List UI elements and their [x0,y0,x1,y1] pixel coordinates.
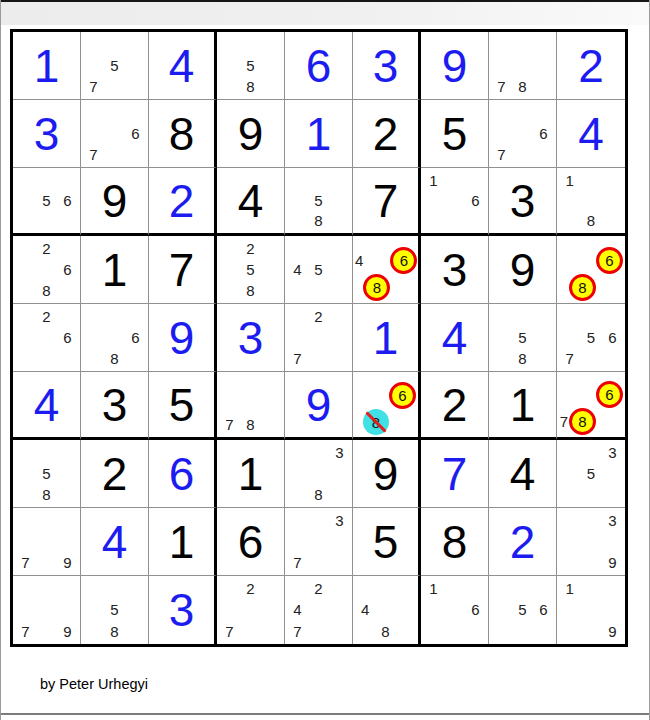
cell-r3c5[interactable]: 58 [285,168,353,236]
cell-r6c4[interactable]: 78 [217,372,285,440]
candidate-digit[interactable]: 2 [36,238,57,259]
candidate-grid: 58 [491,306,554,369]
candidate-digit[interactable]: 8 [104,348,125,369]
cell-r9c5[interactable]: 247 [285,576,353,644]
solved-digit: 3 [13,100,80,167]
cell-r7c6[interactable]: 9 [353,440,421,508]
candidate-digit[interactable]: 6 [57,327,78,348]
given-digit: 3 [489,168,556,233]
candidate-digit[interactable]: 8 [240,76,261,97]
cell-r5c6[interactable]: 1 [353,304,421,372]
solved-digit: 4 [557,100,625,167]
candidate-digit[interactable]: 7 [287,348,308,369]
candidate-digit[interactable]: 7 [559,348,580,369]
cell-r3c8[interactable]: 3 [489,168,557,236]
candidate-digit[interactable]: 3 [329,442,350,463]
candidate-digit[interactable]: 3 [329,510,350,531]
cell-r9c8[interactable]: 56 [489,576,557,644]
given-digit: 9 [489,236,556,303]
cell-r4c9[interactable]: 68 [557,236,625,304]
solved-digit: 6 [285,32,352,99]
cell-r4c2[interactable]: 1 [81,236,149,304]
sudoku-board: 1574586397823678912567456924587163182681… [10,29,628,647]
candidate-digit[interactable]: 3 [602,442,623,463]
candidate-digit[interactable]: 2 [36,306,57,327]
cell-r9c3[interactable]: 3 [149,576,217,644]
solved-digit: 1 [13,32,80,99]
given-digit: 1 [489,372,556,437]
given-digit: 9 [353,440,418,507]
cell-r6c1[interactable]: 4 [13,372,81,440]
cell-r8c8[interactable]: 2 [489,508,557,576]
candidate-grid: 68 [83,306,146,369]
candidate-grid: 567 [559,306,623,369]
candidate-digit[interactable]: 5 [104,599,125,620]
candidate-digit[interactable]: 4 [355,247,363,274]
candidate-digit[interactable]: 9 [602,621,623,642]
candidate-digit[interactable]: 1 [423,170,444,190]
cell-r3c6[interactable]: 7 [353,168,421,236]
given-digit: 2 [81,440,148,507]
candidate-grid: 678 [559,374,623,435]
candidate-digit[interactable]: 6 [465,190,486,210]
cell-r1c9[interactable]: 2 [557,32,625,100]
cell-r2c9[interactable]: 4 [557,100,625,168]
candidate-highlighted[interactable]: 6 [390,247,417,274]
candidate-digit[interactable]: 8 [36,280,57,301]
candidate-digit[interactable]: 1 [559,170,580,190]
cell-r6c3[interactable]: 5 [149,372,217,440]
given-digit: 9 [81,168,148,233]
candidate-grid: 58 [287,170,350,231]
candidate-highlighted[interactable]: 6 [596,381,623,408]
cell-r3c3[interactable]: 2 [149,168,217,236]
candidate-grid: 58 [219,34,282,97]
cell-r2c1[interactable]: 3 [13,100,81,168]
candidate-grid: 16 [423,578,486,642]
cell-r7c1[interactable]: 58 [13,440,81,508]
candidate-grid: 56 [15,170,78,231]
candidate-digit[interactable]: 8 [240,415,261,435]
candidate-highlighted[interactable]: 6 [389,382,416,409]
cell-r1c8[interactable]: 78 [489,32,557,100]
given-digit: 5 [353,508,418,575]
cell-r3c1[interactable]: 56 [13,168,81,236]
cell-r7c9[interactable]: 35 [557,440,625,508]
candidate-grid: 27 [287,306,350,369]
candidate-grid: 78 [491,34,554,97]
candidate-grid: 468 [355,238,416,301]
candidate-grid: 68 [559,238,623,301]
given-digit: 4 [217,168,284,233]
candidate-digit[interactable]: 5 [512,599,533,620]
cell-r2c2[interactable]: 67 [81,100,149,168]
candidate-grid: 45 [287,238,350,301]
cell-r4c7[interactable]: 3 [421,236,489,304]
candidate-highlighted[interactable]: 6 [596,247,623,274]
cell-r5c4[interactable]: 3 [217,304,285,372]
cell-r7c3[interactable]: 6 [149,440,217,508]
cell-r7c5[interactable]: 38 [285,440,353,508]
candidate-digit[interactable]: 6 [533,599,554,620]
cell-r8c6[interactable]: 5 [353,508,421,576]
candidate-digit[interactable]: 7 [287,621,308,642]
candidate-digit[interactable]: 7 [219,415,240,435]
candidate-grid: 268 [15,238,78,301]
candidate-grid: 48 [355,578,416,642]
cell-r5c7[interactable]: 4 [421,304,489,372]
cell-r8c9[interactable]: 39 [557,508,625,576]
cell-r8c4[interactable]: 6 [217,508,285,576]
candidate-highlighted[interactable]: 8 [569,408,596,435]
candidate-grid: 79 [15,578,78,642]
candidate-digit[interactable]: 8 [104,621,125,642]
candidate-grid: 67 [83,102,146,165]
solved-digit: 3 [149,576,214,644]
cell-r8c1[interactable]: 79 [13,508,81,576]
candidate-digit[interactable]: 7 [491,144,512,165]
candidate-grid: 67 [491,102,554,165]
cell-r5c1[interactable]: 26 [13,304,81,372]
solved-digit: 2 [489,508,556,575]
cell-r8c3[interactable]: 1 [149,508,217,576]
candidate-digit[interactable]: 4 [287,259,308,280]
cell-r4c5[interactable]: 45 [285,236,353,304]
cell-r8c5[interactable]: 37 [285,508,353,576]
candidate-digit[interactable]: 8 [308,211,329,231]
cell-r9c7[interactable]: 16 [421,576,489,644]
cell-r7c7[interactable]: 7 [421,440,489,508]
solved-digit: 4 [421,304,488,371]
given-digit: 7 [353,168,418,233]
cell-r4c3[interactable]: 7 [149,236,217,304]
candidate-digit[interactable]: 2 [308,306,329,327]
candidate-digit[interactable]: 6 [465,599,486,620]
cell-r7c4[interactable]: 1 [217,440,285,508]
candidate-digit[interactable]: 7 [15,552,36,573]
candidate-digit[interactable]: 5 [104,55,125,76]
candidate-digit[interactable]: 7 [219,621,240,642]
solved-digit: 2 [149,168,214,233]
given-digit: 1 [217,440,284,507]
cell-r5c5[interactable]: 27 [285,304,353,372]
candidate-highlighted[interactable]: 8 [363,274,390,301]
cell-r3c4[interactable]: 4 [217,168,285,236]
candidate-digit[interactable]: 4 [355,599,375,620]
candidate-grid: 27 [219,578,282,642]
candidate-digit[interactable]: 6 [533,123,554,144]
cell-r6c8[interactable]: 1 [489,372,557,440]
candidate-digit[interactable]: 5 [36,463,57,484]
given-digit: 1 [149,508,214,575]
cell-r1c3[interactable]: 4 [149,32,217,100]
solved-digit: 4 [13,372,80,437]
cell-r9c6[interactable]: 48 [353,576,421,644]
solved-digit: 1 [353,304,418,371]
given-digit: 5 [421,100,488,167]
solved-digit: 7 [421,440,488,507]
candidate-digit[interactable]: 8 [240,280,261,301]
solved-digit: 2 [557,32,625,99]
solved-digit: 6 [149,440,214,507]
cell-r6c6[interactable]: 68 [353,372,421,440]
given-digit: 4 [489,440,556,507]
cell-r1c6[interactable]: 3 [353,32,421,100]
candidate-digit[interactable]: 1 [423,578,444,599]
cell-r3c7[interactable]: 16 [421,168,489,236]
candidate-grid: 56 [491,578,554,642]
candidate-digit[interactable]: 5 [512,327,533,348]
candidate-grid: 37 [287,510,350,573]
given-digit: 5 [149,372,214,437]
candidate-grid: 19 [559,578,623,642]
cell-r6c5[interactable]: 9 [285,372,353,440]
cell-r6c2[interactable]: 3 [81,372,149,440]
candidate-digit[interactable]: 5 [240,55,261,76]
cell-r9c9[interactable]: 19 [557,576,625,644]
candidate-digit[interactable]: 5 [580,327,601,348]
candidate-digit[interactable]: 5 [240,259,261,280]
candidate-digit[interactable]: 5 [308,259,329,280]
candidate-digit[interactable]: 5 [580,463,601,484]
cell-r1c1[interactable]: 1 [13,32,81,100]
cell-r4c1[interactable]: 268 [13,236,81,304]
solved-digit: 4 [81,508,148,575]
window-bottom-border [0,713,650,715]
cell-r3c2[interactable]: 9 [81,168,149,236]
cell-r9c1[interactable]: 79 [13,576,81,644]
cell-r2c5[interactable]: 1 [285,100,353,168]
given-digit: 2 [353,100,418,167]
candidate-digit[interactable]: 8 [36,484,57,505]
candidate-grid: 18 [559,170,623,231]
candidate-digit[interactable]: 7 [559,408,569,435]
candidate-grid: 26 [15,306,78,369]
cell-r7c2[interactable]: 2 [81,440,149,508]
cell-r4c4[interactable]: 258 [217,236,285,304]
candidate-grid: 58 [83,578,146,642]
cell-r8c7[interactable]: 8 [421,508,489,576]
cell-r2c7[interactable]: 5 [421,100,489,168]
cell-r5c8[interactable]: 58 [489,304,557,372]
cell-r1c7[interactable]: 9 [421,32,489,100]
cell-r9c4[interactable]: 27 [217,576,285,644]
candidate-digit[interactable]: 3 [602,510,623,531]
candidate-digit[interactable]: 9 [57,621,78,642]
solved-digit: 3 [217,304,284,371]
cell-r6c9[interactable]: 678 [557,372,625,440]
candidate-digit[interactable]: 7 [287,552,308,573]
candidate-grid: 39 [559,510,623,573]
given-digit: 7 [149,236,214,303]
candidate-digit[interactable]: 1 [559,578,580,599]
candidate-digit[interactable]: 2 [308,578,329,599]
window-header [0,0,650,25]
candidate-digit[interactable]: 9 [602,552,623,573]
solved-digit: 4 [149,32,214,99]
candidate-digit[interactable]: 8 [580,211,601,231]
candidate-grid: 247 [287,578,350,642]
candidate-grid: 38 [287,442,350,505]
candidate-digit[interactable]: 2 [240,238,261,259]
cell-r2c8[interactable]: 67 [489,100,557,168]
given-digit: 9 [217,100,284,167]
cell-r2c4[interactable]: 9 [217,100,285,168]
cell-r5c9[interactable]: 567 [557,304,625,372]
given-digit: 8 [149,100,214,167]
cell-r1c2[interactable]: 57 [81,32,149,100]
candidate-digit[interactable]: 5 [308,190,329,210]
candidate-grid: 16 [423,170,486,231]
candidate-digit[interactable]: 8 [375,621,395,642]
candidate-grid: 78 [219,374,282,435]
candidate-grid: 57 [83,34,146,97]
candidate-digit[interactable]: 6 [57,190,78,210]
given-digit: 3 [81,372,148,437]
given-digit: 3 [421,236,488,303]
cell-r8c2[interactable]: 4 [81,508,149,576]
cell-r1c5[interactable]: 6 [285,32,353,100]
cell-r2c3[interactable]: 8 [149,100,217,168]
candidate-digit[interactable]: 8 [512,76,533,97]
candidate-grid: 58 [15,442,78,505]
candidate-digit[interactable]: 7 [83,144,104,165]
cell-r9c2[interactable]: 58 [81,576,149,644]
candidate-digit[interactable]: 6 [125,123,146,144]
candidate-digit[interactable]: 2 [240,578,261,599]
given-digit: 1 [81,236,148,303]
cell-r4c8[interactable]: 9 [489,236,557,304]
candidate-digit[interactable]: 6 [125,327,146,348]
candidate-digit[interactable]: 5 [36,190,57,210]
cell-r6c7[interactable]: 2 [421,372,489,440]
candidate-digit[interactable]: 6 [57,259,78,280]
solved-digit: 9 [421,32,488,99]
candidate-digit[interactable]: 9 [57,552,78,573]
solved-digit: 1 [285,100,352,167]
solved-digit: 9 [285,372,352,437]
cell-r3c9[interactable]: 18 [557,168,625,236]
solved-digit: 9 [149,304,214,371]
cell-r1c4[interactable]: 58 [217,32,285,100]
candidate-digit[interactable]: 6 [602,327,623,348]
given-digit: 2 [421,372,488,437]
candidate-grid: 79 [15,510,78,573]
cell-r4c6[interactable]: 468 [353,236,421,304]
candidate-highlighted[interactable]: 8 [569,274,596,301]
given-digit: 6 [217,508,284,575]
candidate-digit[interactable]: 7 [491,76,512,97]
candidate-digit[interactable]: 7 [83,76,104,97]
given-digit: 8 [421,508,488,575]
candidate-digit[interactable]: 8 [512,348,533,369]
solved-digit: 3 [353,32,418,99]
credit-text: by Peter Urhegyi [40,676,148,692]
candidate-eliminated[interactable]: 8 [363,409,389,435]
candidate-grid: 35 [559,442,623,505]
candidate-digit[interactable]: 4 [287,599,308,620]
cell-r5c2[interactable]: 68 [81,304,149,372]
candidate-grid: 258 [219,238,282,301]
cell-r7c8[interactable]: 4 [489,440,557,508]
candidate-digit[interactable]: 8 [308,484,329,505]
cell-r2c6[interactable]: 2 [353,100,421,168]
candidate-grid: 68 [355,374,416,435]
cell-r5c3[interactable]: 9 [149,304,217,372]
candidate-digit[interactable]: 7 [15,621,36,642]
